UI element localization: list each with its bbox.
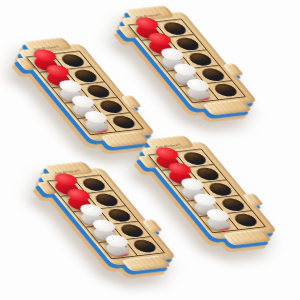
ten-frame-tray-top-right: hand2mind® [114,8,263,113]
product-photo-scene: hand2mind®hand2mind®hand2mind®hand2mind® [0,0,300,300]
ten-frame-tray-bottom-left: hand2mind® [33,164,182,269]
ten-frame-tray-top-left: hand2mind® [12,40,161,145]
